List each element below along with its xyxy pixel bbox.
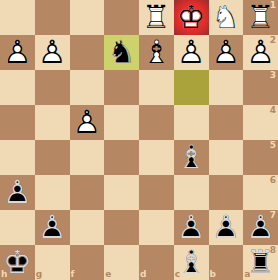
piece-outline-glyph: ♙ — [246, 35, 275, 67]
square-b1[interactable]: ♞♘ — [209, 0, 244, 35]
piece-outline-glyph: ♔ — [3, 245, 32, 277]
piece-outline-glyph: ♙ — [177, 210, 206, 242]
square-h7[interactable] — [0, 210, 35, 245]
piece-fill-glyph: ♟ — [3, 35, 32, 67]
square-c7[interactable]: ♟♙ — [174, 210, 209, 245]
square-a4[interactable]: 4 — [243, 105, 278, 140]
piece-fill-glyph: ♞ — [212, 0, 241, 32]
square-d7[interactable] — [139, 210, 174, 245]
square-b4[interactable] — [209, 105, 244, 140]
piece-wP-f4[interactable]: ♟♙ — [70, 105, 105, 140]
square-e3[interactable] — [104, 70, 139, 105]
square-f1[interactable] — [70, 0, 105, 35]
square-a8[interactable]: a8♜♖ — [243, 245, 278, 280]
piece-fill-glyph: ♟ — [177, 35, 206, 67]
piece-fill-glyph: ♟ — [212, 35, 241, 67]
piece-outline-glyph: ♙ — [212, 35, 241, 67]
square-g2[interactable]: ♟♙ — [35, 35, 70, 70]
square-e6[interactable] — [104, 175, 139, 210]
rank-label-4: 4 — [270, 106, 276, 115]
piece-wK-c1[interactable]: ♚♔ — [174, 0, 209, 35]
square-f8[interactable]: f — [70, 245, 105, 280]
square-c8[interactable]: c♝♗ — [174, 245, 209, 280]
square-b3[interactable] — [209, 70, 244, 105]
square-h8[interactable]: h♚♔ — [0, 245, 35, 280]
piece-outline-glyph: ♗ — [177, 140, 206, 172]
piece-bP-c7[interactable]: ♟♙ — [174, 210, 209, 245]
square-h6[interactable]: ♟♙ — [0, 175, 35, 210]
square-c6[interactable] — [174, 175, 209, 210]
square-h4[interactable] — [0, 105, 35, 140]
piece-wR-d1[interactable]: ♜♖ — [139, 0, 174, 35]
square-c2[interactable]: ♟♙ — [174, 35, 209, 70]
piece-bN-e2[interactable]: ♞♘ — [104, 35, 139, 70]
square-b6[interactable] — [209, 175, 244, 210]
square-d3[interactable] — [139, 70, 174, 105]
piece-outline-glyph: ♖ — [142, 0, 171, 32]
square-g3[interactable] — [35, 70, 70, 105]
piece-bR-a8[interactable]: ♜♖ — [243, 245, 278, 280]
square-d6[interactable] — [139, 175, 174, 210]
square-e8[interactable]: e — [104, 245, 139, 280]
piece-fill-glyph: ♚ — [177, 0, 206, 32]
square-b7[interactable]: ♟♙ — [209, 210, 244, 245]
piece-wR-a1[interactable]: ♜♖ — [243, 0, 278, 35]
square-b8[interactable]: b — [209, 245, 244, 280]
piece-outline-glyph: ♘ — [107, 35, 136, 67]
piece-wP-h2[interactable]: ♟♙ — [0, 35, 35, 70]
piece-fill-glyph: ♝ — [177, 245, 206, 277]
chess-board-container: ♜♖♚♔♞♘1♜♖♟♙♟♙♞♘♝♗♟♙♟♙2♟♙3♟♙4♝♗5♟♙6♟♙♟♙♟♙… — [0, 0, 278, 280]
piece-wP-g2[interactable]: ♟♙ — [35, 35, 70, 70]
square-b5[interactable] — [209, 140, 244, 175]
piece-outline-glyph: ♗ — [142, 35, 171, 67]
square-g5[interactable] — [35, 140, 70, 175]
square-e5[interactable] — [104, 140, 139, 175]
rank-label-3: 3 — [270, 71, 276, 80]
piece-wP-b2[interactable]: ♟♙ — [209, 35, 244, 70]
square-f2[interactable] — [70, 35, 105, 70]
piece-outline-glyph: ♗ — [177, 245, 206, 277]
square-d8[interactable]: d — [139, 245, 174, 280]
square-c4[interactable] — [174, 105, 209, 140]
piece-outline-glyph: ♙ — [3, 35, 32, 67]
piece-outline-glyph: ♙ — [73, 105, 102, 137]
square-a6[interactable]: 6 — [243, 175, 278, 210]
piece-bB-c5[interactable]: ♝♗ — [174, 140, 209, 175]
piece-fill-glyph: ♚ — [3, 245, 32, 277]
square-f6[interactable] — [70, 175, 105, 210]
piece-wP-c2[interactable]: ♟♙ — [174, 35, 209, 70]
piece-fill-glyph: ♜ — [246, 245, 275, 277]
piece-fill-glyph: ♟ — [38, 210, 67, 242]
piece-fill-glyph: ♟ — [246, 210, 275, 242]
square-d5[interactable] — [139, 140, 174, 175]
piece-wB-d2[interactable]: ♝♗ — [139, 35, 174, 70]
file-label-b: b — [210, 270, 216, 279]
piece-fill-glyph: ♝ — [142, 35, 171, 67]
piece-fill-glyph: ♟ — [73, 105, 102, 137]
square-c5[interactable]: ♝♗ — [174, 140, 209, 175]
square-d2[interactable]: ♝♗ — [139, 35, 174, 70]
rank-label-5: 5 — [270, 141, 276, 150]
square-h5[interactable] — [0, 140, 35, 175]
piece-outline-glyph: ♙ — [38, 210, 67, 242]
piece-fill-glyph: ♜ — [246, 0, 275, 32]
square-g4[interactable] — [35, 105, 70, 140]
piece-outline-glyph: ♙ — [3, 175, 32, 207]
square-e2[interactable]: ♞♘ — [104, 35, 139, 70]
square-e1[interactable] — [104, 0, 139, 35]
piece-fill-glyph: ♟ — [246, 35, 275, 67]
piece-outline-glyph: ♙ — [246, 210, 275, 242]
square-h3[interactable] — [0, 70, 35, 105]
square-a2[interactable]: 2♟♙ — [243, 35, 278, 70]
piece-outline-glyph: ♙ — [177, 35, 206, 67]
square-g6[interactable] — [35, 175, 70, 210]
piece-fill-glyph: ♞ — [107, 35, 136, 67]
square-d4[interactable] — [139, 105, 174, 140]
piece-fill-glyph: ♟ — [212, 210, 241, 242]
piece-fill-glyph: ♝ — [177, 140, 206, 172]
piece-wP-a2[interactable]: ♟♙ — [243, 35, 278, 70]
file-label-e: e — [105, 270, 111, 279]
piece-outline-glyph: ♙ — [212, 210, 241, 242]
piece-bP-g7[interactable]: ♟♙ — [35, 210, 70, 245]
piece-outline-glyph: ♖ — [246, 245, 275, 277]
piece-outline-glyph: ♔ — [177, 0, 206, 32]
chess-board: ♜♖♚♔♞♘1♜♖♟♙♟♙♞♘♝♗♟♙♟♙2♟♙3♟♙4♝♗5♟♙6♟♙♟♙♟♙… — [0, 0, 278, 280]
square-d1[interactable]: ♜♖ — [139, 0, 174, 35]
file-label-g: g — [36, 270, 42, 279]
square-f3[interactable] — [70, 70, 105, 105]
square-f7[interactable] — [70, 210, 105, 245]
piece-fill-glyph: ♜ — [142, 0, 171, 32]
square-a3[interactable]: 3 — [243, 70, 278, 105]
square-g8[interactable]: g — [35, 245, 70, 280]
square-c1[interactable]: ♚♔ — [174, 0, 209, 35]
piece-fill-glyph: ♟ — [38, 35, 67, 67]
piece-bP-h6[interactable]: ♟♙ — [0, 175, 35, 210]
piece-bP-a7[interactable]: ♟♙ — [243, 210, 278, 245]
piece-bK-h8[interactable]: ♚♔ — [0, 245, 35, 280]
square-h2[interactable]: ♟♙ — [0, 35, 35, 70]
square-e4[interactable] — [104, 105, 139, 140]
piece-fill-glyph: ♟ — [3, 175, 32, 207]
piece-outline-glyph: ♖ — [246, 0, 275, 32]
square-a7[interactable]: 7♟♙ — [243, 210, 278, 245]
square-g7[interactable]: ♟♙ — [35, 210, 70, 245]
rank-label-6: 6 — [270, 176, 276, 185]
square-h1[interactable] — [0, 0, 35, 35]
square-c3[interactable] — [174, 70, 209, 105]
square-e7[interactable] — [104, 210, 139, 245]
square-a1[interactable]: 1♜♖ — [243, 0, 278, 35]
square-a5[interactable]: 5 — [243, 140, 278, 175]
file-label-f: f — [71, 270, 75, 279]
piece-bB-c8[interactable]: ♝♗ — [174, 245, 209, 280]
file-label-d: d — [140, 270, 146, 279]
square-b2[interactable]: ♟♙ — [209, 35, 244, 70]
piece-wN-b1[interactable]: ♞♘ — [209, 0, 244, 35]
square-f4[interactable]: ♟♙ — [70, 105, 105, 140]
square-g1[interactable] — [35, 0, 70, 35]
piece-outline-glyph: ♙ — [38, 35, 67, 67]
piece-outline-glyph: ♘ — [212, 0, 241, 32]
square-f5[interactable] — [70, 140, 105, 175]
piece-fill-glyph: ♟ — [177, 210, 206, 242]
piece-bP-b7[interactable]: ♟♙ — [209, 210, 244, 245]
